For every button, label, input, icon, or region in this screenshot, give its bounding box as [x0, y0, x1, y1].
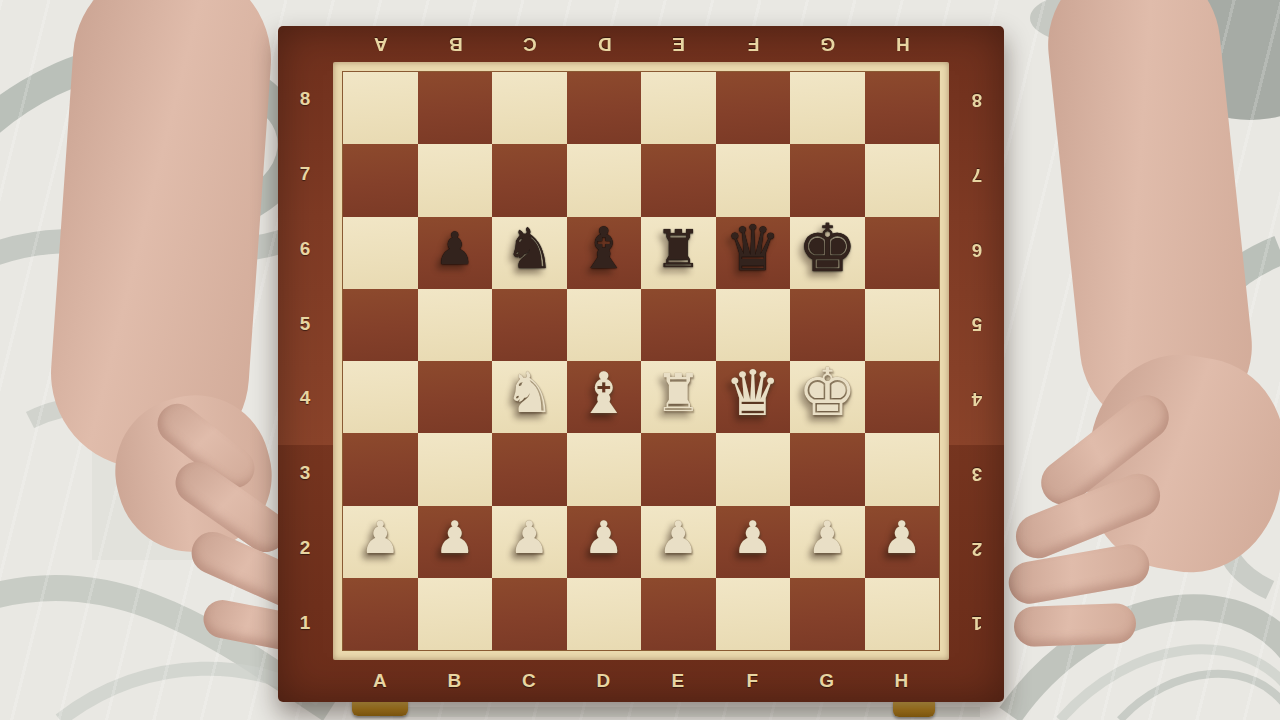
piece-white-pawn-c2: ♟: [509, 515, 549, 560]
piece-white-pawn-b2: ♟: [435, 515, 475, 560]
chessboard: ABCDEFGH 87654321 87654321 ABCDEFGH ♟♞♝♜…: [278, 26, 1004, 702]
file-label-f: F: [716, 660, 791, 702]
square-g8: [790, 72, 865, 144]
square-b1: [418, 578, 493, 650]
square-e3: [641, 433, 716, 505]
board-inner-margin: ♟♞♝♜♛♚♞♝♜♛♚♟♟♟♟♟♟♟♟: [333, 62, 949, 660]
square-h7: [865, 144, 940, 216]
rank-label-2: 2: [278, 511, 333, 586]
file-label-g: G: [790, 26, 865, 62]
square-a4: [343, 361, 418, 433]
file-label-g: G: [790, 660, 865, 702]
file-label-b: B: [418, 26, 493, 62]
square-d3: [567, 433, 642, 505]
square-e6: ♜: [641, 217, 716, 289]
rank-label-1: 1: [949, 585, 1004, 660]
file-label-c: C: [492, 660, 567, 702]
square-d7: [567, 144, 642, 216]
square-a5: [343, 289, 418, 361]
square-e1: [641, 578, 716, 650]
board-grid: ♟♞♝♜♛♚♞♝♜♛♚♟♟♟♟♟♟♟♟: [343, 72, 939, 650]
piece-black-queen-f6: ♛: [725, 217, 781, 280]
rank-label-8: 8: [278, 62, 333, 137]
piece-white-pawn-e2: ♟: [658, 515, 698, 560]
square-g7: [790, 144, 865, 216]
square-c5: [492, 289, 567, 361]
square-g4: ♚: [790, 361, 865, 433]
square-b3: [418, 433, 493, 505]
rank-label-8: 8: [949, 62, 1004, 137]
piece-white-bishop-d4: ♝: [578, 365, 629, 422]
square-b5: [418, 289, 493, 361]
rank-label-4: 4: [278, 361, 333, 436]
square-h4: [865, 361, 940, 433]
square-f2: ♟: [716, 506, 791, 578]
rank-label-5: 5: [278, 286, 333, 361]
rank-label-7: 7: [949, 137, 1004, 212]
piece-black-rook-e6: ♜: [655, 223, 702, 275]
rank-label-6: 6: [949, 212, 1004, 287]
square-e5: [641, 289, 716, 361]
square-h2: ♟: [865, 506, 940, 578]
square-a3: [343, 433, 418, 505]
square-c6: ♞: [492, 217, 567, 289]
square-h1: [865, 578, 940, 650]
rank-labels-left: 87654321: [278, 62, 333, 660]
file-label-h: H: [865, 660, 940, 702]
square-h3: [865, 433, 940, 505]
square-f5: [716, 289, 791, 361]
square-d8: [567, 72, 642, 144]
file-label-d: D: [567, 660, 642, 702]
file-label-a: A: [343, 26, 418, 62]
square-f6: ♛: [716, 217, 791, 289]
piece-black-pawn-b6: ♟: [435, 226, 475, 271]
file-label-a: A: [343, 660, 418, 702]
piece-black-king-g6: ♚: [798, 216, 857, 282]
piece-white-pawn-g2: ♟: [807, 515, 847, 560]
square-f4: ♛: [716, 361, 791, 433]
square-b2: ♟: [418, 506, 493, 578]
rank-label-2: 2: [949, 511, 1004, 586]
piece-white-pawn-d2: ♟: [584, 515, 624, 560]
file-labels-top: ABCDEFGH: [343, 26, 939, 62]
file-label-e: E: [641, 26, 716, 62]
right-finger: [1013, 603, 1136, 647]
square-c3: [492, 433, 567, 505]
square-b6: ♟: [418, 217, 493, 289]
piece-white-king-g4: ♚: [798, 360, 857, 426]
piece-white-pawn-a2: ♟: [360, 515, 400, 560]
square-a1: [343, 578, 418, 650]
square-e8: [641, 72, 716, 144]
piece-black-knight-c6: ♞: [504, 221, 554, 277]
square-g1: [790, 578, 865, 650]
piece-black-bishop-d6: ♝: [578, 220, 629, 277]
file-labels-bottom: ABCDEFGH: [343, 660, 939, 702]
brass-latch: [893, 700, 935, 717]
square-c7: [492, 144, 567, 216]
file-label-e: E: [641, 660, 716, 702]
square-g2: ♟: [790, 506, 865, 578]
square-b8: [418, 72, 493, 144]
square-f8: [716, 72, 791, 144]
square-a8: [343, 72, 418, 144]
square-d5: [567, 289, 642, 361]
piece-white-pawn-h2: ♟: [882, 515, 922, 560]
square-e7: [641, 144, 716, 216]
square-e2: ♟: [641, 506, 716, 578]
square-h8: [865, 72, 940, 144]
file-label-b: B: [418, 660, 493, 702]
square-d4: ♝: [567, 361, 642, 433]
square-h5: [865, 289, 940, 361]
square-a2: ♟: [343, 506, 418, 578]
rank-label-4: 4: [949, 361, 1004, 436]
square-f3: [716, 433, 791, 505]
square-h6: [865, 217, 940, 289]
square-g3: [790, 433, 865, 505]
square-f7: [716, 144, 791, 216]
square-a7: [343, 144, 418, 216]
file-label-f: F: [716, 26, 791, 62]
rank-label-1: 1: [278, 585, 333, 660]
square-b7: [418, 144, 493, 216]
square-e4: ♜: [641, 361, 716, 433]
square-g5: [790, 289, 865, 361]
square-c4: ♞: [492, 361, 567, 433]
square-c2: ♟: [492, 506, 567, 578]
square-g6: ♚: [790, 217, 865, 289]
rank-label-7: 7: [278, 137, 333, 212]
rank-label-5: 5: [949, 286, 1004, 361]
square-d2: ♟: [567, 506, 642, 578]
piece-white-rook-e4: ♜: [655, 367, 702, 419]
square-a6: [343, 217, 418, 289]
file-label-d: D: [567, 26, 642, 62]
square-d1: [567, 578, 642, 650]
square-f1: [716, 578, 791, 650]
file-label-h: H: [865, 26, 940, 62]
piece-white-pawn-f2: ♟: [733, 515, 773, 560]
piece-white-queen-f4: ♛: [725, 362, 781, 425]
square-c8: [492, 72, 567, 144]
square-d6: ♝: [567, 217, 642, 289]
square-c1: [492, 578, 567, 650]
file-label-c: C: [492, 26, 567, 62]
square-b4: [418, 361, 493, 433]
rank-label-6: 6: [278, 212, 333, 287]
rank-labels-right: 87654321: [949, 62, 1004, 660]
piece-white-knight-c4: ♞: [504, 365, 554, 421]
rank-label-3: 3: [949, 436, 1004, 511]
rank-label-3: 3: [278, 436, 333, 511]
